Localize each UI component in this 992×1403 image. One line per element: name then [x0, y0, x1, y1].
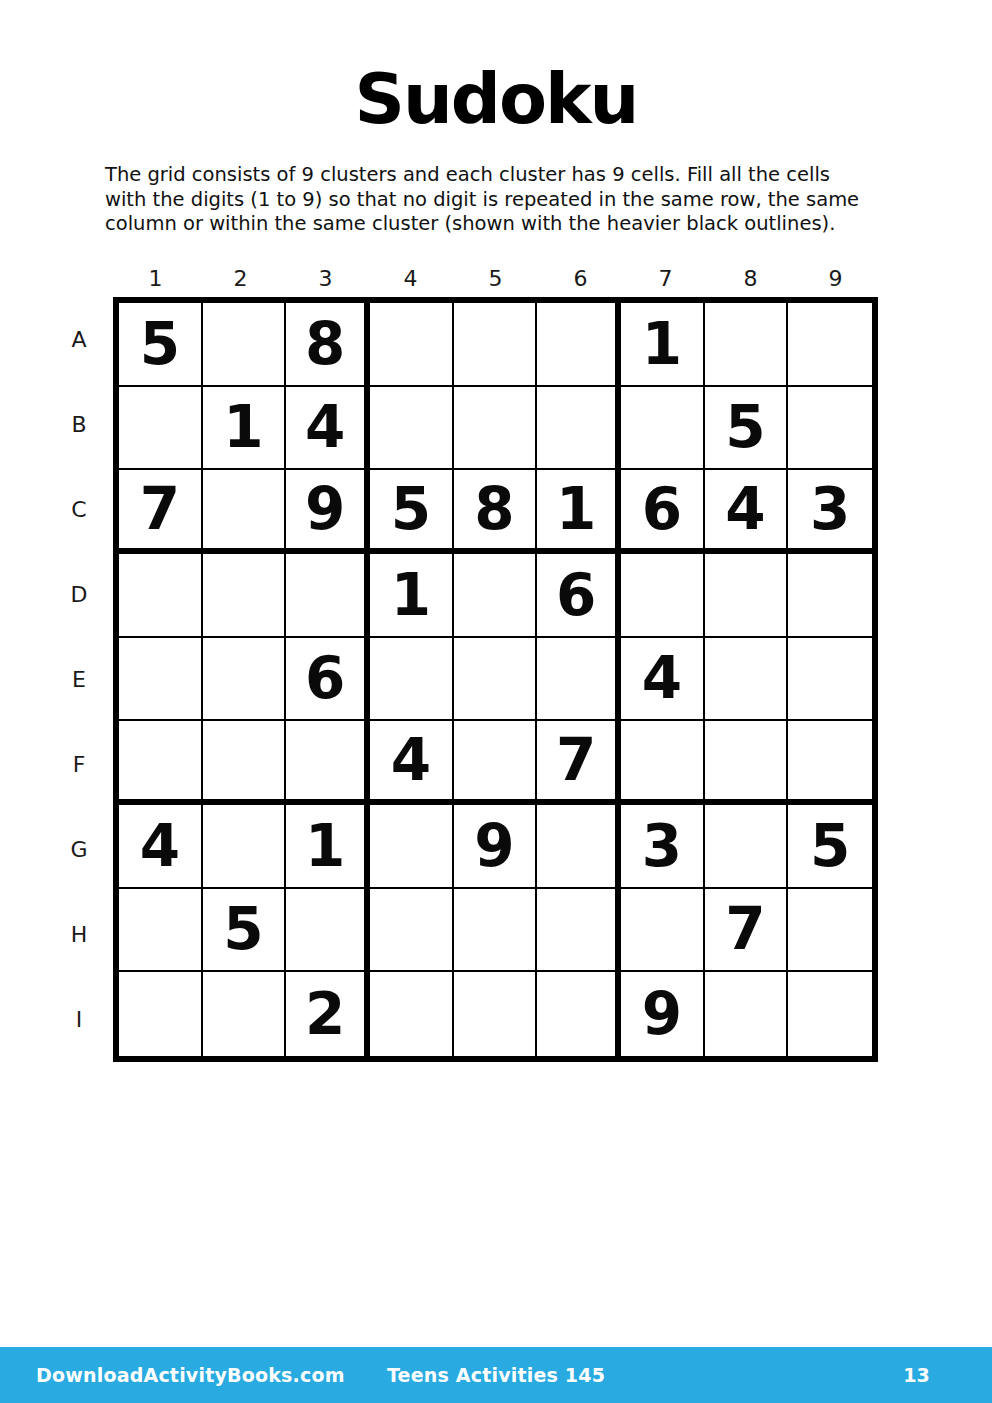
cell-B1[interactable] [119, 387, 203, 471]
cell-D6[interactable]: 6 [537, 554, 621, 638]
cell-I5[interactable] [454, 972, 538, 1056]
cell-E4[interactable] [370, 638, 454, 722]
cell-E3[interactable]: 6 [286, 638, 370, 722]
footer-book-title: Teens Activities 145 [387, 1364, 605, 1386]
cell-C6[interactable]: 1 [537, 470, 621, 554]
cell-E6[interactable] [537, 638, 621, 722]
cell-G5[interactable]: 9 [454, 805, 538, 889]
cell-A1[interactable]: 5 [119, 303, 203, 387]
cell-H9[interactable] [788, 889, 872, 973]
cell-B9[interactable] [788, 387, 872, 471]
cell-A6[interactable] [537, 303, 621, 387]
cell-E8[interactable] [705, 638, 789, 722]
cell-F6[interactable]: 7 [537, 721, 621, 805]
cell-G2[interactable] [203, 805, 287, 889]
cell-F2[interactable] [203, 721, 287, 805]
cell-G7[interactable]: 3 [621, 805, 705, 889]
cell-H6[interactable] [537, 889, 621, 973]
cell-H1[interactable] [119, 889, 203, 973]
cell-D2[interactable] [203, 554, 287, 638]
row-label-A: A [58, 297, 100, 382]
row-label-I: I [58, 977, 100, 1062]
cell-E7[interactable]: 4 [621, 638, 705, 722]
cell-F1[interactable] [119, 721, 203, 805]
cell-H3[interactable] [286, 889, 370, 973]
cell-H4[interactable] [370, 889, 454, 973]
row-labels: ABCDEFGHI [58, 297, 100, 1062]
cell-A5[interactable] [454, 303, 538, 387]
cell-B5[interactable] [454, 387, 538, 471]
cell-A9[interactable] [788, 303, 872, 387]
cell-B4[interactable] [370, 387, 454, 471]
cell-E5[interactable] [454, 638, 538, 722]
col-label-4: 4 [368, 261, 453, 293]
instructions-line-2: with the digits (1 to 9) so that no digi… [105, 188, 945, 213]
footer-page-number: 13 [903, 1364, 930, 1386]
cell-H2[interactable]: 5 [203, 889, 287, 973]
row-label-E: E [58, 637, 100, 722]
cell-I3[interactable]: 2 [286, 972, 370, 1056]
cell-D3[interactable] [286, 554, 370, 638]
cell-C9[interactable]: 3 [788, 470, 872, 554]
cell-I6[interactable] [537, 972, 621, 1056]
footer-website-link[interactable]: DownloadActivityBooks.com [36, 1364, 345, 1386]
cell-F8[interactable] [705, 721, 789, 805]
cell-C8[interactable]: 4 [705, 470, 789, 554]
cell-I2[interactable] [203, 972, 287, 1056]
cell-E2[interactable] [203, 638, 287, 722]
cell-F4[interactable]: 4 [370, 721, 454, 805]
cell-F7[interactable] [621, 721, 705, 805]
instructions: The grid consists of 9 clusters and each… [105, 163, 945, 237]
col-label-5: 5 [453, 261, 538, 293]
cell-C1[interactable]: 7 [119, 470, 203, 554]
cell-C5[interactable]: 8 [454, 470, 538, 554]
sudoku-grid: 58114579581643166447419355729 [113, 297, 878, 1062]
cell-A2[interactable] [203, 303, 287, 387]
cell-B7[interactable] [621, 387, 705, 471]
cell-B3[interactable]: 4 [286, 387, 370, 471]
cell-E9[interactable] [788, 638, 872, 722]
cell-H5[interactable] [454, 889, 538, 973]
cell-H7[interactable] [621, 889, 705, 973]
row-label-F: F [58, 722, 100, 807]
col-label-6: 6 [538, 261, 623, 293]
cell-D1[interactable] [119, 554, 203, 638]
column-labels: 123456789 [113, 261, 878, 293]
row-label-G: G [58, 807, 100, 892]
col-label-9: 9 [793, 261, 878, 293]
cell-B6[interactable] [537, 387, 621, 471]
cell-G6[interactable] [537, 805, 621, 889]
cell-B2[interactable]: 1 [203, 387, 287, 471]
row-label-B: B [58, 382, 100, 467]
cell-E1[interactable] [119, 638, 203, 722]
footer-bar: DownloadActivityBooks.com Teens Activiti… [0, 1347, 992, 1403]
cell-C2[interactable] [203, 470, 287, 554]
cell-F5[interactable] [454, 721, 538, 805]
col-label-1: 1 [113, 261, 198, 293]
col-label-7: 7 [623, 261, 708, 293]
cell-A3[interactable]: 8 [286, 303, 370, 387]
cell-G9[interactable]: 5 [788, 805, 872, 889]
cell-G8[interactable] [705, 805, 789, 889]
cell-D5[interactable] [454, 554, 538, 638]
cell-G3[interactable]: 1 [286, 805, 370, 889]
cell-A7[interactable]: 1 [621, 303, 705, 387]
cell-I4[interactable] [370, 972, 454, 1056]
col-label-3: 3 [283, 261, 368, 293]
cell-G4[interactable] [370, 805, 454, 889]
cell-C4[interactable]: 5 [370, 470, 454, 554]
cell-I7[interactable]: 9 [621, 972, 705, 1056]
cell-I1[interactable] [119, 972, 203, 1056]
row-label-C: C [58, 467, 100, 552]
cell-C3[interactable]: 9 [286, 470, 370, 554]
cell-H8[interactable]: 7 [705, 889, 789, 973]
cell-F9[interactable] [788, 721, 872, 805]
col-label-8: 8 [708, 261, 793, 293]
cell-C7[interactable]: 6 [621, 470, 705, 554]
cell-A8[interactable] [705, 303, 789, 387]
cell-I9[interactable] [788, 972, 872, 1056]
cell-I8[interactable] [705, 972, 789, 1056]
cell-G1[interactable]: 4 [119, 805, 203, 889]
instructions-line-1: The grid consists of 9 clusters and each… [105, 163, 945, 188]
cell-D8[interactable] [705, 554, 789, 638]
cell-B8[interactable]: 5 [705, 387, 789, 471]
cell-A4[interactable] [370, 303, 454, 387]
cell-D7[interactable] [621, 554, 705, 638]
col-label-2: 2 [198, 261, 283, 293]
row-label-H: H [58, 892, 100, 977]
cell-D4[interactable]: 1 [370, 554, 454, 638]
instructions-line-3: column or within the same cluster (shown… [105, 212, 945, 237]
page-title: Sudoku [0, 58, 992, 140]
cell-D9[interactable] [788, 554, 872, 638]
cell-F3[interactable] [286, 721, 370, 805]
row-label-D: D [58, 552, 100, 637]
